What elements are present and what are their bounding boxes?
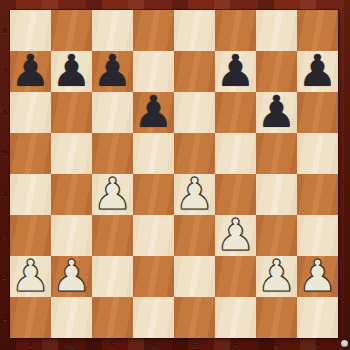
square-a5[interactable] bbox=[10, 133, 51, 174]
rank-label-7: 7 bbox=[0, 51, 10, 92]
square-g2[interactable]: ♟ bbox=[256, 256, 297, 297]
square-f8[interactable] bbox=[215, 10, 256, 51]
square-g1[interactable] bbox=[256, 297, 297, 338]
square-c7[interactable]: ♟ bbox=[92, 51, 133, 92]
rank-label-1: 1 bbox=[0, 297, 10, 338]
chess-board-frame: 87654321 ♟♟♟♟♟♟♟♟♟♟♟♟♟♟ ABCDEFGH bbox=[0, 0, 350, 350]
white-pawn-icon[interactable]: ♟ bbox=[52, 256, 91, 296]
square-b7[interactable]: ♟ bbox=[51, 51, 92, 92]
black-pawn-icon[interactable]: ♟ bbox=[134, 92, 173, 132]
square-f3[interactable]: ♟ bbox=[215, 215, 256, 256]
black-pawn-icon[interactable]: ♟ bbox=[52, 51, 91, 91]
black-pawn-icon[interactable]: ♟ bbox=[216, 51, 255, 91]
file-label-f: F bbox=[215, 338, 256, 350]
square-b4[interactable] bbox=[51, 174, 92, 215]
white-pawn-icon[interactable]: ♟ bbox=[257, 256, 296, 296]
rank-label-6: 6 bbox=[0, 92, 10, 133]
square-e4[interactable]: ♟ bbox=[174, 174, 215, 215]
file-label-a: A bbox=[10, 338, 51, 350]
square-b5[interactable] bbox=[51, 133, 92, 174]
square-h8[interactable] bbox=[297, 10, 338, 51]
square-e8[interactable] bbox=[174, 10, 215, 51]
file-label-g: G bbox=[256, 338, 297, 350]
square-d3[interactable] bbox=[133, 215, 174, 256]
rank-label-5: 5 bbox=[0, 133, 10, 174]
square-a2[interactable]: ♟ bbox=[10, 256, 51, 297]
black-pawn-icon[interactable]: ♟ bbox=[93, 51, 132, 91]
square-e6[interactable] bbox=[174, 92, 215, 133]
square-f7[interactable]: ♟ bbox=[215, 51, 256, 92]
square-c1[interactable] bbox=[92, 297, 133, 338]
square-b8[interactable] bbox=[51, 10, 92, 51]
square-e7[interactable] bbox=[174, 51, 215, 92]
square-f6[interactable] bbox=[215, 92, 256, 133]
rank-labels: 87654321 bbox=[0, 10, 10, 338]
square-d1[interactable] bbox=[133, 297, 174, 338]
square-d2[interactable] bbox=[133, 256, 174, 297]
file-label-b: B bbox=[51, 338, 92, 350]
square-b1[interactable] bbox=[51, 297, 92, 338]
file-label-h: H bbox=[297, 338, 338, 350]
square-f2[interactable] bbox=[215, 256, 256, 297]
square-a3[interactable] bbox=[10, 215, 51, 256]
square-f1[interactable] bbox=[215, 297, 256, 338]
black-pawn-icon[interactable]: ♟ bbox=[257, 92, 296, 132]
square-g4[interactable] bbox=[256, 174, 297, 215]
square-b3[interactable] bbox=[51, 215, 92, 256]
square-g5[interactable] bbox=[256, 133, 297, 174]
square-h6[interactable] bbox=[297, 92, 338, 133]
square-c6[interactable] bbox=[92, 92, 133, 133]
square-d6[interactable]: ♟ bbox=[133, 92, 174, 133]
square-e5[interactable] bbox=[174, 133, 215, 174]
rank-label-2: 2 bbox=[0, 256, 10, 297]
square-e2[interactable] bbox=[174, 256, 215, 297]
file-labels: ABCDEFGH bbox=[10, 338, 338, 350]
rank-label-3: 3 bbox=[0, 215, 10, 256]
corner-dot bbox=[341, 340, 348, 347]
square-h1[interactable] bbox=[297, 297, 338, 338]
square-h7[interactable]: ♟ bbox=[297, 51, 338, 92]
square-a7[interactable]: ♟ bbox=[10, 51, 51, 92]
square-a4[interactable] bbox=[10, 174, 51, 215]
square-c4[interactable]: ♟ bbox=[92, 174, 133, 215]
square-g7[interactable] bbox=[256, 51, 297, 92]
file-label-c: C bbox=[92, 338, 133, 350]
black-pawn-icon[interactable]: ♟ bbox=[11, 51, 50, 91]
black-pawn-icon[interactable]: ♟ bbox=[298, 51, 337, 91]
white-pawn-icon[interactable]: ♟ bbox=[11, 256, 50, 296]
square-a6[interactable] bbox=[10, 92, 51, 133]
square-a1[interactable] bbox=[10, 297, 51, 338]
chess-board: ♟♟♟♟♟♟♟♟♟♟♟♟♟♟ bbox=[10, 10, 338, 338]
square-h3[interactable] bbox=[297, 215, 338, 256]
white-pawn-icon[interactable]: ♟ bbox=[93, 174, 132, 214]
white-pawn-icon[interactable]: ♟ bbox=[298, 256, 337, 296]
file-label-d: D bbox=[133, 338, 174, 350]
square-h4[interactable] bbox=[297, 174, 338, 215]
square-d5[interactable] bbox=[133, 133, 174, 174]
square-c8[interactable] bbox=[92, 10, 133, 51]
square-d4[interactable] bbox=[133, 174, 174, 215]
square-b2[interactable]: ♟ bbox=[51, 256, 92, 297]
square-h2[interactable]: ♟ bbox=[297, 256, 338, 297]
square-d7[interactable] bbox=[133, 51, 174, 92]
file-label-e: E bbox=[174, 338, 215, 350]
rank-label-8: 8 bbox=[0, 10, 10, 51]
rank-label-4: 4 bbox=[0, 174, 10, 215]
square-g8[interactable] bbox=[256, 10, 297, 51]
square-g3[interactable] bbox=[256, 215, 297, 256]
square-a8[interactable] bbox=[10, 10, 51, 51]
square-h5[interactable] bbox=[297, 133, 338, 174]
square-e3[interactable] bbox=[174, 215, 215, 256]
square-c5[interactable] bbox=[92, 133, 133, 174]
square-e1[interactable] bbox=[174, 297, 215, 338]
square-f5[interactable] bbox=[215, 133, 256, 174]
white-pawn-icon[interactable]: ♟ bbox=[175, 174, 214, 214]
white-pawn-icon[interactable]: ♟ bbox=[216, 215, 255, 255]
square-d8[interactable] bbox=[133, 10, 174, 51]
square-g6[interactable]: ♟ bbox=[256, 92, 297, 133]
square-b6[interactable] bbox=[51, 92, 92, 133]
square-c3[interactable] bbox=[92, 215, 133, 256]
square-c2[interactable] bbox=[92, 256, 133, 297]
square-f4[interactable] bbox=[215, 174, 256, 215]
